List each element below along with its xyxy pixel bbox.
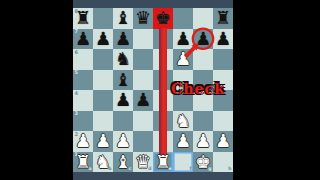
square-d3[interactable] (133, 111, 153, 132)
piece-black-knight[interactable]: ♞ (115, 49, 131, 70)
square-b7[interactable]: ♟ (93, 29, 113, 50)
piece-white-pawn[interactable]: ♟ (115, 131, 131, 152)
square-f2[interactable]: ♟ (173, 131, 193, 152)
square-h7[interactable]: ♟ (213, 29, 233, 50)
square-a8[interactable]: 8♜ (73, 8, 93, 29)
square-a6[interactable]: 6 (73, 49, 93, 70)
file-label-h: h (228, 167, 231, 172)
chess-app-view: 8♜♝♛♚♜7♟♟♟♟♟♟6♞♟5♝4♟♟3♞2♟♟♟♟♟♟1a♜b♞c♝d♛e… (73, 0, 233, 180)
piece-white-pawn[interactable]: ♟ (95, 131, 111, 152)
piece-white-pawn[interactable]: ♟ (195, 131, 211, 152)
square-b1[interactable]: b♞ (93, 152, 113, 173)
piece-black-queen[interactable]: ♛ (135, 8, 151, 29)
piece-black-bishop[interactable]: ♝ (115, 8, 131, 29)
piece-black-pawn[interactable]: ♟ (195, 29, 211, 50)
square-a7[interactable]: 7♟ (73, 29, 93, 50)
piece-black-pawn[interactable]: ♟ (115, 90, 131, 111)
piece-black-pawn[interactable]: ♟ (75, 29, 91, 50)
square-e8[interactable]: ♚ (153, 8, 173, 29)
square-f3[interactable]: ♞ (173, 111, 193, 132)
square-f7[interactable]: ♟ (173, 29, 193, 50)
square-d7[interactable] (133, 29, 153, 50)
square-a4[interactable]: 4 (73, 90, 93, 111)
square-h8[interactable]: ♜ (213, 8, 233, 29)
square-b3[interactable] (93, 111, 113, 132)
square-g3[interactable] (193, 111, 213, 132)
square-b8[interactable] (93, 8, 113, 29)
letterbox-right (233, 0, 320, 180)
letterbox-left (0, 0, 73, 180)
square-h6[interactable] (213, 49, 233, 70)
square-a5[interactable]: 5 (73, 70, 93, 91)
piece-black-pawn[interactable]: ♟ (95, 29, 111, 50)
square-d4[interactable]: ♟ (133, 90, 153, 111)
square-g2[interactable]: ♟ (193, 131, 213, 152)
rank-label-3: 3 (75, 111, 78, 116)
piece-white-bishop[interactable]: ♝ (115, 152, 131, 173)
square-g7[interactable]: ♟ (193, 29, 213, 50)
square-f6[interactable]: ♟ (173, 49, 193, 70)
piece-white-king[interactable]: ♚ (195, 152, 211, 173)
piece-white-queen[interactable]: ♛ (135, 152, 151, 173)
piece-black-rook[interactable]: ♜ (75, 8, 91, 29)
square-c7[interactable]: ♟ (113, 29, 133, 50)
piece-white-pawn[interactable]: ♟ (175, 49, 191, 70)
square-b5[interactable] (93, 70, 113, 91)
square-d2[interactable] (133, 131, 153, 152)
square-e1[interactable]: e♜ (153, 152, 173, 173)
piece-white-rook[interactable]: ♜ (155, 152, 171, 173)
square-f1[interactable]: f (173, 152, 193, 173)
piece-black-pawn[interactable]: ♟ (175, 29, 191, 50)
top-frame-bar (73, 0, 233, 8)
square-h1[interactable]: h (213, 152, 233, 173)
piece-black-pawn[interactable]: ♟ (115, 29, 131, 50)
piece-white-pawn[interactable]: ♟ (75, 131, 91, 152)
square-f8[interactable] (173, 8, 193, 29)
square-c5[interactable]: ♝ (113, 70, 133, 91)
piece-black-rook[interactable]: ♜ (215, 8, 231, 29)
square-c4[interactable]: ♟ (113, 90, 133, 111)
piece-black-pawn[interactable]: ♟ (215, 29, 231, 50)
square-a3[interactable]: 3 (73, 111, 93, 132)
square-c6[interactable]: ♞ (113, 49, 133, 70)
square-g6[interactable] (193, 49, 213, 70)
rank-label-5: 5 (75, 70, 78, 75)
square-a2[interactable]: 2♟ (73, 131, 93, 152)
rank-label-6: 6 (75, 50, 78, 55)
square-b4[interactable] (93, 90, 113, 111)
check-text: Check (171, 80, 225, 97)
piece-white-pawn[interactable]: ♟ (215, 131, 231, 152)
piece-black-king[interactable]: ♚ (155, 8, 171, 29)
piece-black-bishop[interactable]: ♝ (115, 70, 131, 91)
square-c1[interactable]: c♝ (113, 152, 133, 173)
square-d6[interactable] (133, 49, 153, 70)
square-c2[interactable]: ♟ (113, 131, 133, 152)
square-c3[interactable] (113, 111, 133, 132)
square-b2[interactable]: ♟ (93, 131, 113, 152)
square-a1[interactable]: 1a♜ (73, 152, 93, 173)
rank-label-4: 4 (75, 91, 78, 96)
square-h2[interactable]: ♟ (213, 131, 233, 152)
square-b6[interactable] (93, 49, 113, 70)
piece-white-knight[interactable]: ♞ (175, 111, 191, 132)
square-g1[interactable]: g♚ (193, 152, 213, 173)
square-h3[interactable] (213, 111, 233, 132)
piece-white-knight[interactable]: ♞ (95, 152, 111, 173)
square-c8[interactable]: ♝ (113, 8, 133, 29)
square-d8[interactable]: ♛ (133, 8, 153, 29)
piece-white-rook[interactable]: ♜ (75, 152, 91, 173)
piece-black-pawn[interactable]: ♟ (135, 90, 151, 111)
square-g8[interactable] (193, 8, 213, 29)
file-label-f: f (190, 167, 192, 172)
video-frame: 8♜♝♛♚♜7♟♟♟♟♟♟6♞♟5♝4♟♟3♞2♟♟♟♟♟♟1a♜b♞c♝d♛e… (0, 0, 320, 180)
check-line-overlay (159, 28, 167, 165)
piece-white-pawn[interactable]: ♟ (175, 131, 191, 152)
square-d1[interactable]: d♛ (133, 152, 153, 173)
square-d5[interactable] (133, 70, 153, 91)
bottom-frame-bar (73, 172, 233, 180)
